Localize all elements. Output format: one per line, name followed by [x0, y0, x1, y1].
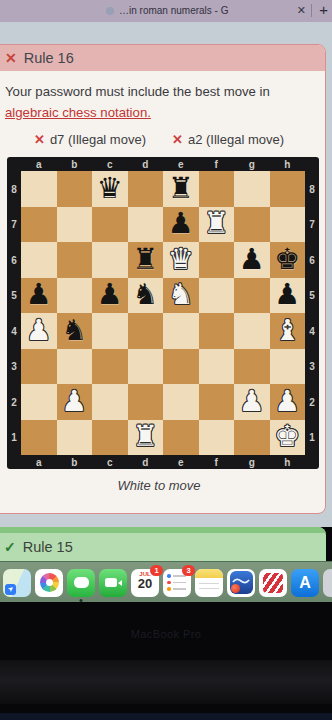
file-label: f: [199, 455, 235, 469]
rule-16-header: ✕ Rule 16: [0, 45, 325, 71]
laptop-bezel: MacBook Pro: [0, 602, 332, 720]
file-label: c: [92, 455, 128, 469]
browser-tab-bar: …in roman numerals - G ✕ +: [0, 0, 332, 22]
square-g4: [234, 313, 270, 349]
square-g1: [234, 420, 270, 456]
attempt-d7: ✕d7 (Illegal move): [34, 132, 146, 147]
square-f7: ♜: [199, 207, 235, 243]
tab-title: …in roman numerals - G: [119, 5, 287, 16]
macos-dock: ➤JUL2013A: [0, 561, 332, 603]
white-pawn: ♟: [26, 316, 52, 345]
square-h5: ♟: [270, 278, 306, 314]
notes-icon[interactable]: [195, 569, 223, 597]
square-f8: [199, 171, 235, 207]
reminders-icon[interactable]: 3: [163, 569, 191, 597]
square-d3: [128, 349, 164, 385]
square-d4: [128, 313, 164, 349]
file-label: g: [234, 455, 270, 469]
black-queen: ♛: [97, 174, 123, 203]
square-d8: [128, 171, 164, 207]
file-label: b: [57, 455, 93, 469]
x-icon: ✕: [34, 132, 45, 147]
calendar-day: 20: [138, 577, 152, 591]
square-d1: ♜: [128, 420, 164, 456]
new-tab-button[interactable]: +: [319, 1, 328, 18]
file-label: g: [234, 157, 270, 171]
rule-16-title: Rule 16: [24, 50, 74, 66]
rank-label: 6: [7, 242, 21, 278]
camera-lens-icon: [118, 580, 122, 586]
rule-failed-icon: ✕: [5, 50, 17, 66]
square-f6: [199, 242, 235, 278]
rank-label: 1: [7, 420, 21, 456]
square-d2: [128, 384, 164, 420]
rule-passed-icon: ✓: [4, 539, 16, 555]
square-e4: [163, 313, 199, 349]
square-h2: ♟: [270, 384, 306, 420]
square-a1: [21, 420, 57, 456]
illegal-move-attempts: ✕d7 (Illegal move) ✕a2 (Illegal move): [0, 132, 325, 147]
square-g8: [234, 171, 270, 207]
rank-label: 3: [305, 349, 319, 385]
square-e2: [163, 384, 199, 420]
pinwheel-icon: [40, 573, 59, 592]
file-label: d: [128, 157, 164, 171]
square-h6: ♚: [270, 242, 306, 278]
maps-icon[interactable]: ➤: [3, 569, 31, 597]
square-f1: [199, 420, 235, 456]
square-b2: ♟: [57, 384, 93, 420]
square-b7: [57, 207, 93, 243]
black-pawn: ♟: [274, 280, 300, 309]
black-pawn: ♟: [168, 209, 194, 238]
square-e6: ♛: [163, 242, 199, 278]
white-king: ♚: [274, 422, 300, 451]
square-c2: [92, 384, 128, 420]
tab-close-icon[interactable]: ✕: [297, 4, 306, 17]
file-label: e: [163, 157, 199, 171]
square-f5: [199, 278, 235, 314]
white-pawn: ♟: [274, 387, 300, 416]
black-knight: ♞: [132, 280, 158, 309]
square-a7: [21, 207, 57, 243]
board-corner: [7, 157, 21, 171]
speech-bubble-icon: [74, 577, 89, 588]
rank-label: 8: [305, 171, 319, 207]
rank-label: 7: [7, 207, 21, 243]
white-knight: ♞: [168, 280, 194, 309]
rule-15-header: ✓ Rule 15: [0, 533, 326, 555]
app-store-a-glyph: A: [299, 574, 311, 592]
square-c6: [92, 242, 128, 278]
square-c5: ♟: [92, 278, 128, 314]
black-rook: ♜: [168, 174, 194, 203]
facetime-icon[interactable]: [99, 569, 127, 597]
rank-label: 4: [305, 313, 319, 349]
algebraic-notation-link[interactable]: algebraic chess notation.: [5, 105, 151, 120]
white-rook: ♜: [203, 209, 229, 238]
rank-label: 2: [305, 384, 319, 420]
notification-badge: 3: [182, 565, 195, 576]
notification-badge: 1: [150, 565, 163, 576]
square-c8: ♛: [92, 171, 128, 207]
rank-label: 7: [305, 207, 319, 243]
rule-16-card: ✕ Rule 16 Your password must include the…: [0, 44, 326, 514]
rule-16-body: Your password must include the best move…: [0, 71, 325, 123]
square-h3: [270, 349, 306, 385]
file-label: h: [270, 157, 306, 171]
square-c3: [92, 349, 128, 385]
board-corner: [7, 455, 21, 469]
tab-divider: [311, 4, 312, 17]
white-queen: ♛: [168, 245, 194, 274]
square-h8: [270, 171, 306, 207]
side-to-move-caption: White to move: [0, 478, 325, 493]
white-pawn: ♟: [61, 387, 87, 416]
square-g7: [234, 207, 270, 243]
location-arrow-icon: ➤: [5, 584, 16, 595]
square-b5: [57, 278, 93, 314]
square-h7: [270, 207, 306, 243]
file-label: d: [128, 455, 164, 469]
attempt-a2-text: a2 (Illegal move): [188, 132, 284, 147]
square-a8: [21, 171, 57, 207]
square-g5: [234, 278, 270, 314]
file-label: f: [199, 157, 235, 171]
rule-15-title: Rule 15: [23, 539, 73, 555]
square-b6: [57, 242, 93, 278]
square-f2: [199, 384, 235, 420]
file-label: a: [21, 157, 57, 171]
square-g3: [234, 349, 270, 385]
messages-icon[interactable]: [67, 569, 95, 597]
calendar-icon[interactable]: JUL201: [131, 569, 159, 597]
file-label: b: [57, 157, 93, 171]
file-label: c: [92, 157, 128, 171]
board-corner: [305, 455, 319, 469]
rank-label: 6: [305, 242, 319, 278]
square-e5: ♞: [163, 278, 199, 314]
black-pawn: ♟: [97, 280, 123, 309]
rank-label: 1: [305, 420, 319, 456]
square-a4: ♟: [21, 313, 57, 349]
square-g2: ♟: [234, 384, 270, 420]
square-b4: ♞: [57, 313, 93, 349]
x-icon: ✕: [172, 132, 183, 147]
square-f4: [199, 313, 235, 349]
macbook-pro-label: MacBook Pro: [0, 628, 332, 640]
square-d7: [128, 207, 164, 243]
file-label: e: [163, 455, 199, 469]
wave-app-icon[interactable]: [227, 569, 255, 597]
tab-favicon: [106, 7, 114, 15]
partial-app-icon[interactable]: [323, 569, 332, 597]
square-a2: [21, 384, 57, 420]
square-e8: ♜: [163, 171, 199, 207]
rank-label: 4: [7, 313, 21, 349]
rank-label: 5: [7, 278, 21, 314]
white-bishop: ♝: [274, 316, 300, 345]
square-b1: [57, 420, 93, 456]
app-store-icon[interactable]: A: [291, 569, 319, 597]
square-g6: ♟: [234, 242, 270, 278]
desk-edge: [0, 713, 332, 720]
laptop-hinge: [0, 660, 332, 704]
photos-icon[interactable]: [35, 569, 63, 597]
white-pawn: ♟: [239, 387, 265, 416]
black-king: ♚: [274, 245, 300, 274]
square-h4: ♝: [270, 313, 306, 349]
square-a5: ♟: [21, 278, 57, 314]
attempt-a2: ✕a2 (Illegal move): [172, 132, 284, 147]
file-label: h: [270, 455, 306, 469]
square-b3: [57, 349, 93, 385]
square-a6: [21, 242, 57, 278]
square-a3: [21, 349, 57, 385]
square-d6: ♜: [128, 242, 164, 278]
photographed-laptop-screen: …in roman numerals - G ✕ + ✕ Rule 16 You…: [0, 0, 332, 720]
rank-label: 8: [7, 171, 21, 207]
black-pawn: ♟: [26, 280, 52, 309]
rank-label: 3: [7, 349, 21, 385]
rule-16-text: Your password must include the best move…: [5, 84, 270, 99]
chess-board: abcdefgh8♛♜87♟♜76♜♛♟♚65♟♟♞♞♟54♟♞♝4332♟♟♟…: [7, 157, 319, 469]
square-c7: [92, 207, 128, 243]
black-pawn: ♟: [239, 245, 265, 274]
rank-label: 2: [7, 384, 21, 420]
square-b8: [57, 171, 93, 207]
file-label: a: [21, 455, 57, 469]
square-h1: ♚: [270, 420, 306, 456]
square-d5: ♞: [128, 278, 164, 314]
rank-label: 5: [305, 278, 319, 314]
square-c4: [92, 313, 128, 349]
square-e3: [163, 349, 199, 385]
board-corner: [305, 157, 319, 171]
black-rook: ♜: [132, 245, 158, 274]
video-camera-icon: [105, 578, 117, 587]
black-knight: ♞: [61, 316, 87, 345]
square-e7: ♟: [163, 207, 199, 243]
parallels-icon[interactable]: [259, 569, 287, 597]
attempt-d7-text: d7 (Illegal move): [50, 132, 146, 147]
square-f3: [199, 349, 235, 385]
square-c1: [92, 420, 128, 456]
square-e1: [163, 420, 199, 456]
white-rook: ♜: [132, 422, 158, 451]
